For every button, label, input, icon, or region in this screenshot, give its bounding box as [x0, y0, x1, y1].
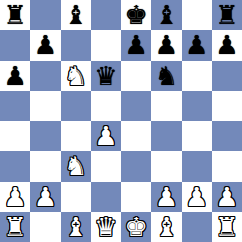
chess-board: ♜♝♚♝♜♟♟♟♟♟♟♞♛♞♟♞♟♟♟♟♟♜♝♛♚♝♜ [0, 0, 242, 242]
square-e8[interactable]: ♚ [121, 0, 151, 30]
piece-white-pawn[interactable]: ♟ [94, 123, 117, 149]
piece-black-pawn[interactable]: ♟ [34, 32, 57, 58]
square-d6[interactable]: ♛ [91, 61, 121, 91]
square-g6[interactable] [182, 61, 212, 91]
piece-white-knight[interactable]: ♞ [64, 63, 87, 89]
piece-black-rook[interactable]: ♜ [3, 2, 26, 28]
square-g1[interactable] [182, 212, 212, 242]
square-e3[interactable] [121, 151, 151, 181]
square-b3[interactable] [30, 151, 60, 181]
square-f8[interactable]: ♝ [151, 0, 181, 30]
square-e6[interactable] [121, 61, 151, 91]
square-a5[interactable] [0, 91, 30, 121]
piece-white-rook[interactable]: ♜ [215, 214, 238, 240]
square-f6[interactable]: ♞ [151, 61, 181, 91]
piece-white-pawn[interactable]: ♟ [215, 184, 238, 210]
piece-black-pawn[interactable]: ♟ [155, 32, 178, 58]
square-c2[interactable] [61, 182, 91, 212]
piece-black-pawn[interactable]: ♟ [124, 32, 147, 58]
piece-black-bishop[interactable]: ♝ [64, 2, 87, 28]
piece-white-king[interactable]: ♚ [124, 214, 147, 240]
piece-black-pawn[interactable]: ♟ [185, 32, 208, 58]
piece-black-bishop[interactable]: ♝ [155, 2, 178, 28]
piece-black-knight[interactable]: ♞ [155, 63, 178, 89]
square-e2[interactable] [121, 182, 151, 212]
square-e1[interactable]: ♚ [121, 212, 151, 242]
square-h5[interactable] [212, 91, 242, 121]
square-e4[interactable] [121, 121, 151, 151]
square-b8[interactable] [30, 0, 60, 30]
square-a7[interactable] [0, 30, 30, 60]
piece-white-pawn[interactable]: ♟ [185, 184, 208, 210]
square-c6[interactable]: ♞ [61, 61, 91, 91]
piece-black-pawn[interactable]: ♟ [215, 32, 238, 58]
square-d2[interactable] [91, 182, 121, 212]
square-f2[interactable]: ♟ [151, 182, 181, 212]
piece-white-pawn[interactable]: ♟ [34, 184, 57, 210]
square-f1[interactable]: ♝ [151, 212, 181, 242]
square-g2[interactable]: ♟ [182, 182, 212, 212]
piece-white-rook[interactable]: ♜ [3, 214, 26, 240]
square-f7[interactable]: ♟ [151, 30, 181, 60]
square-b2[interactable]: ♟ [30, 182, 60, 212]
square-h4[interactable] [212, 121, 242, 151]
square-c4[interactable] [61, 121, 91, 151]
square-d4[interactable]: ♟ [91, 121, 121, 151]
square-e5[interactable] [121, 91, 151, 121]
square-a8[interactable]: ♜ [0, 0, 30, 30]
piece-black-queen[interactable]: ♛ [94, 63, 117, 89]
square-b4[interactable] [30, 121, 60, 151]
square-d1[interactable]: ♛ [91, 212, 121, 242]
square-d8[interactable] [91, 0, 121, 30]
square-c7[interactable] [61, 30, 91, 60]
piece-black-rook[interactable]: ♜ [215, 2, 238, 28]
square-h7[interactable]: ♟ [212, 30, 242, 60]
piece-white-bishop[interactable]: ♝ [64, 214, 87, 240]
square-d3[interactable] [91, 151, 121, 181]
square-b1[interactable] [30, 212, 60, 242]
square-h2[interactable]: ♟ [212, 182, 242, 212]
piece-black-king[interactable]: ♚ [124, 2, 147, 28]
square-a2[interactable]: ♟ [0, 182, 30, 212]
square-g5[interactable] [182, 91, 212, 121]
square-d7[interactable] [91, 30, 121, 60]
piece-white-queen[interactable]: ♛ [94, 214, 117, 240]
square-b7[interactable]: ♟ [30, 30, 60, 60]
piece-white-bishop[interactable]: ♝ [155, 214, 178, 240]
square-b6[interactable] [30, 61, 60, 91]
square-c5[interactable] [61, 91, 91, 121]
square-f5[interactable] [151, 91, 181, 121]
square-f4[interactable] [151, 121, 181, 151]
square-a3[interactable] [0, 151, 30, 181]
square-b5[interactable] [30, 91, 60, 121]
square-h3[interactable] [212, 151, 242, 181]
square-g8[interactable] [182, 0, 212, 30]
square-a6[interactable]: ♟ [0, 61, 30, 91]
piece-black-pawn[interactable]: ♟ [3, 63, 26, 89]
square-c8[interactable]: ♝ [61, 0, 91, 30]
square-g4[interactable] [182, 121, 212, 151]
piece-white-knight[interactable]: ♞ [64, 153, 87, 179]
square-e7[interactable]: ♟ [121, 30, 151, 60]
square-f3[interactable] [151, 151, 181, 181]
square-g7[interactable]: ♟ [182, 30, 212, 60]
square-c1[interactable]: ♝ [61, 212, 91, 242]
piece-white-pawn[interactable]: ♟ [155, 184, 178, 210]
square-a1[interactable]: ♜ [0, 212, 30, 242]
square-a4[interactable] [0, 121, 30, 151]
square-h1[interactable]: ♜ [212, 212, 242, 242]
square-h6[interactable] [212, 61, 242, 91]
square-g3[interactable] [182, 151, 212, 181]
square-c3[interactable]: ♞ [61, 151, 91, 181]
square-h8[interactable]: ♜ [212, 0, 242, 30]
square-d5[interactable] [91, 91, 121, 121]
piece-white-pawn[interactable]: ♟ [3, 184, 26, 210]
